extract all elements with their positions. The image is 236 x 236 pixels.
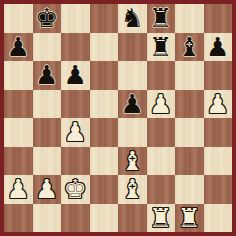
square-g2[interactable]	[175, 175, 204, 204]
square-f5[interactable]: ♟	[147, 90, 176, 119]
black-pawn[interactable]: ♟	[64, 61, 87, 90]
square-f8[interactable]: ♜	[147, 4, 176, 33]
square-g6[interactable]	[175, 61, 204, 90]
white-rook[interactable]: ♜	[149, 204, 172, 233]
square-c6[interactable]: ♟	[61, 61, 90, 90]
square-h1[interactable]	[204, 204, 233, 233]
square-b8[interactable]: ♚	[33, 4, 62, 33]
square-f2[interactable]	[147, 175, 176, 204]
square-b7[interactable]	[33, 33, 62, 62]
black-bishop[interactable]: ♝	[178, 33, 201, 62]
square-f3[interactable]	[147, 147, 176, 176]
square-f4[interactable]	[147, 118, 176, 147]
square-g3[interactable]	[175, 147, 204, 176]
square-e4[interactable]	[118, 118, 147, 147]
square-e6[interactable]	[118, 61, 147, 90]
square-e8[interactable]: ♞	[118, 4, 147, 33]
square-b2[interactable]: ♟	[33, 175, 62, 204]
square-b3[interactable]	[33, 147, 62, 176]
black-rook[interactable]: ♜	[149, 33, 172, 62]
square-a6[interactable]	[4, 61, 33, 90]
square-a2[interactable]: ♟	[4, 175, 33, 204]
square-h4[interactable]	[204, 118, 233, 147]
black-pawn[interactable]: ♟	[121, 90, 144, 119]
black-pawn[interactable]: ♟	[206, 33, 229, 62]
white-bishop[interactable]: ♝	[121, 147, 144, 176]
square-d5[interactable]	[90, 90, 119, 119]
square-d6[interactable]	[90, 61, 119, 90]
square-f7[interactable]: ♜	[147, 33, 176, 62]
square-e7[interactable]	[118, 33, 147, 62]
square-g8[interactable]	[175, 4, 204, 33]
square-b1[interactable]	[33, 204, 62, 233]
square-f6[interactable]	[147, 61, 176, 90]
white-king[interactable]: ♚	[64, 175, 87, 204]
square-a3[interactable]	[4, 147, 33, 176]
square-b5[interactable]	[33, 90, 62, 119]
square-h3[interactable]	[204, 147, 233, 176]
square-e1[interactable]	[118, 204, 147, 233]
square-h5[interactable]: ♟	[204, 90, 233, 119]
white-rook[interactable]: ♜	[178, 204, 201, 233]
white-pawn[interactable]: ♟	[206, 90, 229, 119]
square-c7[interactable]	[61, 33, 90, 62]
square-g4[interactable]	[175, 118, 204, 147]
square-h6[interactable]	[204, 61, 233, 90]
square-b4[interactable]	[33, 118, 62, 147]
square-d3[interactable]	[90, 147, 119, 176]
black-king[interactable]: ♚	[35, 4, 58, 33]
square-h8[interactable]	[204, 4, 233, 33]
square-c3[interactable]	[61, 147, 90, 176]
square-d4[interactable]	[90, 118, 119, 147]
square-h2[interactable]	[204, 175, 233, 204]
white-bishop[interactable]: ♝	[121, 175, 144, 204]
square-e5[interactable]: ♟	[118, 90, 147, 119]
square-b6[interactable]: ♟	[33, 61, 62, 90]
white-pawn[interactable]: ♟	[64, 118, 87, 147]
square-d7[interactable]	[90, 33, 119, 62]
square-g1[interactable]: ♜	[175, 204, 204, 233]
square-a4[interactable]	[4, 118, 33, 147]
black-knight[interactable]: ♞	[121, 4, 144, 33]
square-c4[interactable]: ♟	[61, 118, 90, 147]
white-pawn[interactable]: ♟	[149, 90, 172, 119]
square-f1[interactable]: ♜	[147, 204, 176, 233]
square-d8[interactable]	[90, 4, 119, 33]
square-c5[interactable]	[61, 90, 90, 119]
black-pawn[interactable]: ♟	[7, 33, 30, 62]
square-c2[interactable]: ♚	[61, 175, 90, 204]
black-pawn[interactable]: ♟	[35, 61, 58, 90]
square-a5[interactable]	[4, 90, 33, 119]
square-c1[interactable]	[61, 204, 90, 233]
square-g5[interactable]	[175, 90, 204, 119]
black-rook[interactable]: ♜	[149, 4, 172, 33]
square-a7[interactable]: ♟	[4, 33, 33, 62]
square-d1[interactable]	[90, 204, 119, 233]
white-pawn[interactable]: ♟	[35, 175, 58, 204]
square-c8[interactable]	[61, 4, 90, 33]
chess-board: ♚♞♜♟♜♝♟♟♟♟♟♟♟♝♟♟♚♝♜♜	[4, 4, 232, 232]
square-a1[interactable]	[4, 204, 33, 233]
board-frame: ♚♞♜♟♜♝♟♟♟♟♟♟♟♝♟♟♚♝♜♜	[0, 0, 236, 236]
square-a8[interactable]	[4, 4, 33, 33]
square-h7[interactable]: ♟	[204, 33, 233, 62]
square-d2[interactable]	[90, 175, 119, 204]
white-pawn[interactable]: ♟	[7, 175, 30, 204]
square-e2[interactable]: ♝	[118, 175, 147, 204]
square-e3[interactable]: ♝	[118, 147, 147, 176]
square-g7[interactable]: ♝	[175, 33, 204, 62]
